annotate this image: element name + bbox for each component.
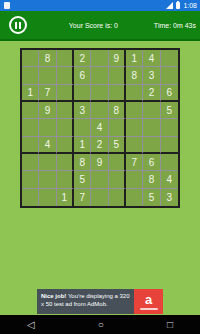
admob-logo-caption [140, 308, 158, 310]
sudoku-cell-r3c8[interactable]: 2 [143, 85, 160, 102]
admob-logo: a [134, 289, 163, 314]
status-bar: 1:08 [0, 0, 200, 11]
sudoku-cell-r4c1[interactable] [22, 102, 39, 119]
sudoku-cell-r3c1[interactable]: 1 [22, 85, 39, 102]
sudoku-cell-r8c3[interactable] [57, 171, 74, 188]
timer-label: Time: 0m 43s [154, 22, 196, 29]
sudoku-cell-r7c5[interactable]: 9 [91, 154, 108, 171]
sudoku-cell-r2c5[interactable] [91, 67, 108, 84]
sudoku-cell-r7c9[interactable] [161, 154, 178, 171]
pause-icon [15, 22, 17, 29]
sudoku-cell-r8c6[interactable] [109, 171, 126, 188]
back-icon[interactable]: ◁ [27, 315, 35, 334]
sudoku-cell-r9c7[interactable] [126, 189, 143, 206]
sudoku-cell-r8c7[interactable] [126, 171, 143, 188]
sudoku-cell-r9c9[interactable]: 3 [161, 189, 178, 206]
sudoku-cell-r5c3[interactable] [57, 119, 74, 136]
sudoku-cell-r5c7[interactable] [126, 119, 143, 136]
sudoku-cell-r1c1[interactable] [22, 50, 39, 67]
sudoku-cell-r7c8[interactable]: 6 [143, 154, 160, 171]
sudoku-cell-r6c6[interactable]: 5 [109, 137, 126, 154]
sudoku-cell-r4c5[interactable] [91, 102, 108, 119]
sudoku-cell-r5c8[interactable] [143, 119, 160, 136]
sudoku-cell-r2c2[interactable] [39, 67, 56, 84]
sudoku-cell-r9c5[interactable] [91, 189, 108, 206]
sudoku-cell-r8c1[interactable] [22, 171, 39, 188]
sudoku-cell-r2c3[interactable] [57, 67, 74, 84]
sudoku-cell-r2c1[interactable] [22, 67, 39, 84]
sudoku-cell-r6c7[interactable] [126, 137, 143, 154]
sudoku-cell-r6c9[interactable] [161, 137, 178, 154]
sudoku-cell-r1c8[interactable]: 4 [143, 50, 160, 67]
sudoku-cell-r7c3[interactable] [57, 154, 74, 171]
sudoku-cell-r3c9[interactable]: 6 [161, 85, 178, 102]
sudoku-cell-r2c4[interactable]: 6 [74, 67, 91, 84]
android-nav-bar: ◁ ○ □ [0, 315, 200, 334]
sudoku-cell-r9c4[interactable]: 7 [74, 189, 91, 206]
signal-icon [166, 2, 173, 9]
ad-banner[interactable]: Nice job! You're displaying a 320 x 50 t… [37, 289, 163, 314]
sudoku-cell-r8c8[interactable]: 8 [143, 171, 160, 188]
ad-headline: Nice job! [41, 293, 66, 299]
admob-a-icon: a [145, 293, 152, 306]
sudoku-cell-r7c6[interactable] [109, 154, 126, 171]
pause-button[interactable] [9, 16, 27, 34]
sudoku-cell-r5c4[interactable] [74, 119, 91, 136]
sudoku-cell-r5c5[interactable]: 4 [91, 119, 108, 136]
sudoku-cell-r4c3[interactable] [57, 102, 74, 119]
sudoku-cell-r2c7[interactable]: 8 [126, 67, 143, 84]
sudoku-cell-r6c2[interactable]: 4 [39, 137, 56, 154]
sudoku-cell-r7c7[interactable]: 7 [126, 154, 143, 171]
sudoku-cell-r5c1[interactable] [22, 119, 39, 136]
home-icon[interactable]: ○ [98, 315, 104, 334]
sudoku-cell-r4c4[interactable]: 3 [74, 102, 91, 119]
sudoku-cell-r6c1[interactable] [22, 137, 39, 154]
recents-icon[interactable]: □ [167, 315, 173, 334]
sudoku-cell-r9c6[interactable] [109, 189, 126, 206]
sudoku-cell-r8c9[interactable]: 4 [161, 171, 178, 188]
sudoku-cell-r6c5[interactable]: 2 [91, 137, 108, 154]
status-clock: 1:08 [183, 0, 197, 11]
sudoku-cell-r8c5[interactable] [91, 171, 108, 188]
sudoku-cell-r9c8[interactable]: 5 [143, 189, 160, 206]
sudoku-board: 82914683172693854412589765841753 [20, 48, 180, 208]
sudoku-cell-r5c9[interactable] [161, 119, 178, 136]
sudoku-cell-r1c4[interactable]: 2 [74, 50, 91, 67]
sudoku-cell-r6c4[interactable]: 1 [74, 137, 91, 154]
sudoku-cell-r9c1[interactable] [22, 189, 39, 206]
sudoku-cell-r5c6[interactable] [109, 119, 126, 136]
sudoku-app-screen: 1:08 Your Score is: 0 Time: 0m 43s 82914… [0, 0, 200, 334]
sudoku-cell-r1c3[interactable] [57, 50, 74, 67]
sudoku-cell-r7c2[interactable] [39, 154, 56, 171]
sudoku-cell-r4c7[interactable] [126, 102, 143, 119]
sudoku-cell-r1c5[interactable] [91, 50, 108, 67]
sudoku-cell-r3c6[interactable] [109, 85, 126, 102]
sudoku-cell-r7c1[interactable] [22, 154, 39, 171]
sudoku-cell-r6c8[interactable] [143, 137, 160, 154]
sudoku-cell-r5c2[interactable] [39, 119, 56, 136]
notification-icon [4, 2, 10, 9]
score-label: Your Score is: 0 [27, 22, 154, 29]
sudoku-cell-r8c2[interactable] [39, 171, 56, 188]
sudoku-cell-r8c4[interactable]: 5 [74, 171, 91, 188]
sudoku-cell-r7c4[interactable]: 8 [74, 154, 91, 171]
sudoku-cell-r2c8[interactable]: 3 [143, 67, 160, 84]
sudoku-cell-r6c3[interactable] [57, 137, 74, 154]
sudoku-cell-r2c9[interactable] [161, 67, 178, 84]
sudoku-cell-r4c9[interactable]: 5 [161, 102, 178, 119]
sudoku-cell-r1c6[interactable]: 9 [109, 50, 126, 67]
sudoku-cell-r3c4[interactable] [74, 85, 91, 102]
sudoku-cell-r2c6[interactable] [109, 67, 126, 84]
sudoku-cell-r1c9[interactable] [161, 50, 178, 67]
pause-icon [19, 22, 21, 29]
sudoku-cell-r9c3[interactable]: 1 [57, 189, 74, 206]
sudoku-cell-r3c2[interactable]: 7 [39, 85, 56, 102]
sudoku-cell-r9c2[interactable] [39, 189, 56, 206]
status-bar-right: 1:08 [166, 0, 197, 11]
sudoku-cell-r4c8[interactable] [143, 102, 160, 119]
ad-text: Nice job! You're displaying a 320 x 50 t… [37, 289, 134, 314]
game-header: Your Score is: 0 Time: 0m 43s [0, 11, 200, 41]
sudoku-cell-r3c5[interactable] [91, 85, 108, 102]
sudoku-cell-r3c7[interactable] [126, 85, 143, 102]
sudoku-cell-r1c2[interactable]: 8 [39, 50, 56, 67]
sudoku-cell-r1c7[interactable]: 1 [126, 50, 143, 67]
sudoku-cell-r4c2[interactable]: 9 [39, 102, 56, 119]
sudoku-cell-r4c6[interactable]: 8 [109, 102, 126, 119]
battery-icon [176, 2, 180, 9]
sudoku-cell-r3c3[interactable] [57, 85, 74, 102]
